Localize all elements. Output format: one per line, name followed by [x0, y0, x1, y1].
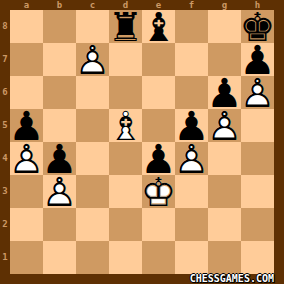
square-a8[interactable]	[10, 10, 43, 43]
white-pawn: ♙	[10, 142, 43, 175]
square-e6[interactable]	[142, 76, 175, 109]
square-b4[interactable]: ♟	[43, 142, 76, 175]
square-a5[interactable]: ♟	[10, 109, 43, 142]
square-c5[interactable]	[76, 109, 109, 142]
square-b8[interactable]	[43, 10, 76, 43]
black-rook: ♜	[109, 10, 142, 43]
black-pawn: ♟	[43, 142, 76, 175]
rank-label-8: 8	[0, 10, 10, 43]
square-h8[interactable]: ♚	[241, 10, 274, 43]
white-pawn: ♙	[175, 142, 208, 175]
black-pawn: ♟	[142, 142, 175, 175]
square-a3[interactable]	[10, 175, 43, 208]
white-bishop: ♗	[109, 109, 142, 142]
white-pawn: ♙	[241, 76, 274, 109]
square-d5[interactable]: ♝♗	[109, 109, 142, 142]
square-d7[interactable]	[109, 43, 142, 76]
white-pawn-fill: ♟	[175, 142, 208, 175]
square-a1[interactable]	[10, 241, 43, 274]
square-h6[interactable]: ♟♙	[241, 76, 274, 109]
square-e5[interactable]	[142, 109, 175, 142]
rank-label-1: 1	[0, 241, 10, 274]
square-f1[interactable]	[175, 241, 208, 274]
square-h7[interactable]: ♟	[241, 43, 274, 76]
square-h1[interactable]	[241, 241, 274, 274]
square-d3[interactable]	[109, 175, 142, 208]
square-b7[interactable]	[43, 43, 76, 76]
square-g2[interactable]	[208, 208, 241, 241]
chess-board: ♜♝♚♟♙♟♟♟♙♟♝♗♟♟♙♟♙♟♟♟♙♟♙♚♔	[10, 10, 274, 274]
black-bishop: ♝	[142, 10, 175, 43]
file-label-a: a	[10, 0, 43, 10]
rank-label-5: 5	[0, 109, 10, 142]
white-pawn: ♙	[43, 175, 76, 208]
square-c7[interactable]: ♟♙	[76, 43, 109, 76]
square-g4[interactable]	[208, 142, 241, 175]
square-c2[interactable]	[76, 208, 109, 241]
square-h5[interactable]	[241, 109, 274, 142]
square-e1[interactable]	[142, 241, 175, 274]
white-pawn-fill: ♟	[76, 43, 109, 76]
white-pawn-fill: ♟	[241, 76, 274, 109]
white-pawn-fill: ♟	[43, 175, 76, 208]
square-b2[interactable]	[43, 208, 76, 241]
square-g7[interactable]	[208, 43, 241, 76]
square-g8[interactable]	[208, 10, 241, 43]
square-d4[interactable]	[109, 142, 142, 175]
square-c3[interactable]	[76, 175, 109, 208]
rank-label-3: 3	[0, 175, 10, 208]
square-e7[interactable]	[142, 43, 175, 76]
white-pawn-fill: ♟	[10, 142, 43, 175]
square-b6[interactable]	[43, 76, 76, 109]
file-label-b: b	[43, 0, 76, 10]
square-e8[interactable]: ♝	[142, 10, 175, 43]
square-f4[interactable]: ♟♙	[175, 142, 208, 175]
watermark-link[interactable]: CHESSGAMES.COM	[190, 273, 274, 284]
square-f5[interactable]: ♟	[175, 109, 208, 142]
black-pawn: ♟	[10, 109, 43, 142]
white-bishop-fill: ♝	[109, 109, 142, 142]
rank-label-4: 4	[0, 142, 10, 175]
black-pawn: ♟	[208, 76, 241, 109]
square-f3[interactable]	[175, 175, 208, 208]
square-c8[interactable]	[76, 10, 109, 43]
square-a6[interactable]	[10, 76, 43, 109]
file-label-d: d	[109, 0, 142, 10]
rank-label-2: 2	[0, 208, 10, 241]
file-label-h: h	[241, 0, 274, 10]
square-g6[interactable]: ♟	[208, 76, 241, 109]
square-e4[interactable]: ♟	[142, 142, 175, 175]
square-f6[interactable]	[175, 76, 208, 109]
square-a2[interactable]	[10, 208, 43, 241]
square-c1[interactable]	[76, 241, 109, 274]
black-king: ♚	[241, 10, 274, 43]
square-a7[interactable]	[10, 43, 43, 76]
square-c4[interactable]	[76, 142, 109, 175]
square-b5[interactable]	[43, 109, 76, 142]
white-pawn: ♙	[76, 43, 109, 76]
square-h4[interactable]	[241, 142, 274, 175]
square-h3[interactable]	[241, 175, 274, 208]
square-f2[interactable]	[175, 208, 208, 241]
black-pawn: ♟	[175, 109, 208, 142]
rank-label-6: 6	[0, 76, 10, 109]
white-pawn: ♙	[208, 109, 241, 142]
board-frame: abcdefgh 87654321 ♜♝♚♟♙♟♟♟♙♟♝♗♟♟♙♟♙♟♟♟♙♟…	[0, 0, 284, 284]
square-e3[interactable]: ♚♔	[142, 175, 175, 208]
square-h2[interactable]	[241, 208, 274, 241]
file-label-f: f	[175, 0, 208, 10]
square-e2[interactable]	[142, 208, 175, 241]
square-a4[interactable]: ♟♙	[10, 142, 43, 175]
white-king: ♔	[142, 175, 175, 208]
black-pawn: ♟	[241, 43, 274, 76]
square-b3[interactable]: ♟♙	[43, 175, 76, 208]
file-label-e: e	[142, 0, 175, 10]
square-c6[interactable]	[76, 76, 109, 109]
square-d1[interactable]	[109, 241, 142, 274]
square-f8[interactable]	[175, 10, 208, 43]
square-g1[interactable]	[208, 241, 241, 274]
square-d6[interactable]	[109, 76, 142, 109]
white-king-fill: ♚	[142, 175, 175, 208]
square-g5[interactable]: ♟♙	[208, 109, 241, 142]
rank-label-7: 7	[0, 43, 10, 76]
file-label-g: g	[208, 0, 241, 10]
file-label-c: c	[76, 0, 109, 10]
square-f7[interactable]	[175, 43, 208, 76]
square-d8[interactable]: ♜	[109, 10, 142, 43]
square-g3[interactable]	[208, 175, 241, 208]
square-d2[interactable]	[109, 208, 142, 241]
square-b1[interactable]	[43, 241, 76, 274]
white-pawn-fill: ♟	[208, 109, 241, 142]
